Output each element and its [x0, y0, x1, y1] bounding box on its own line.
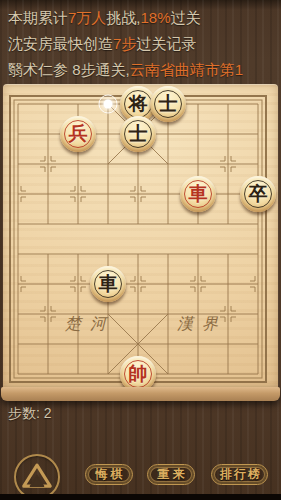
piece-black-advisor[interactable]: 士 — [120, 116, 156, 152]
stat-highlight: 7万人 — [68, 9, 106, 26]
stat-highlight: 18% — [141, 9, 171, 26]
undo-move-button[interactable]: 悔棋 — [85, 464, 133, 485]
xiangqi-board[interactable]: 楚河 漢界 将士士兵車卒車帥 — [3, 84, 278, 388]
restart-button[interactable]: 重来 — [147, 464, 195, 485]
piece-red-chariot[interactable]: 車 — [180, 176, 216, 212]
piece-character: 車 — [180, 176, 216, 212]
move-counter-label: 步数: — [8, 405, 40, 421]
last-move-marker — [104, 100, 113, 109]
piece-character: 士 — [120, 116, 156, 152]
stat-text: 沈安房最快创造 — [8, 35, 113, 52]
move-counter-value: 2 — [44, 405, 52, 421]
piece-character: 兵 — [60, 116, 96, 152]
piece-red-soldier[interactable]: 兵 — [60, 116, 96, 152]
bottom-strip — [0, 494, 281, 500]
leaderboard-button[interactable]: 排行榜 — [211, 464, 268, 485]
stat-text: 挑战, — [106, 9, 140, 26]
move-counter: 步数: 2 — [8, 405, 52, 423]
stat-text: 过关 — [171, 9, 201, 26]
stats-line-record: 沈安房最快创造7步过关记录 — [8, 31, 278, 57]
stat-text: 翳术仁参 8步通关, — [8, 61, 130, 78]
board-edge-bevel — [1, 387, 280, 401]
stat-highlight: 7步 — [113, 35, 136, 52]
stat-highlight: 云南省曲靖市第1 — [130, 61, 243, 78]
piece-black-soldier[interactable]: 卒 — [240, 176, 276, 212]
xiangqi-app: 本期累计7万人挑战,18%过关 沈安房最快创造7步过关记录 翳术仁参 8步通关,… — [0, 0, 281, 500]
stats-line-challenges: 本期累计7万人挑战,18%过关 — [8, 5, 278, 31]
piece-character: 卒 — [240, 176, 276, 212]
chevron-up-icon — [16, 456, 58, 498]
stat-text: 过关记录 — [136, 35, 196, 52]
piece-black-chariot[interactable]: 車 — [90, 266, 126, 302]
piece-character: 車 — [90, 266, 126, 302]
stat-text: 本期累计 — [8, 9, 68, 26]
stats-line-player: 翳术仁参 8步通关,云南省曲靖市第1 — [8, 57, 278, 83]
stats-header: 本期累计7万人挑战,18%过关 沈安房最快创造7步过关记录 翳术仁参 8步通关,… — [8, 5, 278, 83]
pieces-layer: 将士士兵車卒車帥 — [3, 84, 278, 388]
